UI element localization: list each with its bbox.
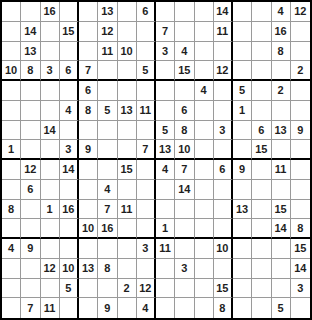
cell-r7c11[interactable] bbox=[195, 121, 214, 141]
cell-r8c12[interactable] bbox=[214, 140, 233, 160]
cell-r2c3[interactable] bbox=[41, 22, 60, 42]
cell-r15c11[interactable] bbox=[195, 279, 214, 299]
cell-r2c8[interactable] bbox=[137, 22, 156, 42]
cell-r15c5[interactable] bbox=[79, 279, 98, 299]
cell-r2c10[interactable] bbox=[175, 22, 194, 42]
cell-r1c9[interactable] bbox=[156, 2, 175, 22]
cell-r14c1[interactable] bbox=[2, 259, 21, 279]
cell-r12c4[interactable] bbox=[60, 219, 79, 239]
cell-r5c5[interactable]: 6 bbox=[79, 81, 98, 101]
cell-r3c10[interactable]: 4 bbox=[175, 42, 194, 62]
cell-r8c16[interactable] bbox=[291, 140, 310, 160]
cell-r3c14[interactable] bbox=[252, 42, 271, 62]
cell-r14c7[interactable] bbox=[118, 259, 137, 279]
cell-r7c10[interactable]: 8 bbox=[175, 121, 194, 141]
cell-r5c3[interactable] bbox=[41, 81, 60, 101]
cell-r15c8[interactable]: 12 bbox=[137, 279, 156, 299]
cell-r12c3[interactable] bbox=[41, 219, 60, 239]
cell-r14c9[interactable] bbox=[156, 259, 175, 279]
cell-r15c3[interactable] bbox=[41, 279, 60, 299]
cell-r1c16[interactable]: 12 bbox=[291, 2, 310, 22]
cell-r3c12[interactable] bbox=[214, 42, 233, 62]
cell-r16c1[interactable] bbox=[2, 298, 21, 318]
cell-r15c14[interactable] bbox=[252, 279, 271, 299]
cell-r15c2[interactable] bbox=[21, 279, 40, 299]
cell-r13c16[interactable]: 15 bbox=[291, 239, 310, 259]
cell-r12c7[interactable] bbox=[118, 219, 137, 239]
cell-r10c3[interactable] bbox=[41, 180, 60, 200]
cell-r7c13[interactable] bbox=[233, 121, 252, 141]
cell-r3c1[interactable] bbox=[2, 42, 21, 62]
cell-r8c14[interactable]: 15 bbox=[252, 140, 271, 160]
cell-r16c16[interactable] bbox=[291, 298, 310, 318]
cell-r1c10[interactable] bbox=[175, 2, 194, 22]
cell-r6c16[interactable] bbox=[291, 101, 310, 121]
cell-r9c5[interactable] bbox=[79, 160, 98, 180]
cell-r10c12[interactable] bbox=[214, 180, 233, 200]
cell-r2c14[interactable] bbox=[252, 22, 271, 42]
cell-r13c2[interactable]: 9 bbox=[21, 239, 40, 259]
cell-r15c9[interactable] bbox=[156, 279, 175, 299]
cell-r2c9[interactable]: 7 bbox=[156, 22, 175, 42]
cell-r9c9[interactable]: 4 bbox=[156, 160, 175, 180]
cell-r14c6[interactable]: 8 bbox=[98, 259, 117, 279]
cell-r10c6[interactable]: 4 bbox=[98, 180, 117, 200]
cell-r1c7[interactable] bbox=[118, 2, 137, 22]
cell-r5c7[interactable] bbox=[118, 81, 137, 101]
cell-r2c11[interactable] bbox=[195, 22, 214, 42]
cell-r12c2[interactable] bbox=[21, 219, 40, 239]
cell-r15c13[interactable] bbox=[233, 279, 252, 299]
cell-r10c4[interactable] bbox=[60, 180, 79, 200]
cell-r12c16[interactable]: 8 bbox=[291, 219, 310, 239]
cell-r5c2[interactable] bbox=[21, 81, 40, 101]
cell-r3c8[interactable] bbox=[137, 42, 156, 62]
cell-r2c7[interactable] bbox=[118, 22, 137, 42]
cell-r16c5[interactable] bbox=[79, 298, 98, 318]
cell-r16c2[interactable]: 7 bbox=[21, 298, 40, 318]
cell-r13c13[interactable] bbox=[233, 239, 252, 259]
cell-r16c4[interactable] bbox=[60, 298, 79, 318]
cell-r9c12[interactable]: 6 bbox=[214, 160, 233, 180]
cell-r13c4[interactable] bbox=[60, 239, 79, 259]
cell-r8c5[interactable]: 9 bbox=[79, 140, 98, 160]
cell-r15c10[interactable] bbox=[175, 279, 194, 299]
cell-r7c4[interactable] bbox=[60, 121, 79, 141]
cell-r8c4[interactable]: 3 bbox=[60, 140, 79, 160]
cell-r13c1[interactable]: 4 bbox=[2, 239, 21, 259]
cell-r5c16[interactable] bbox=[291, 81, 310, 101]
cell-r2c4[interactable]: 15 bbox=[60, 22, 79, 42]
cell-r11c8[interactable] bbox=[137, 200, 156, 220]
cell-r4c5[interactable]: 7 bbox=[79, 61, 98, 81]
cell-r5c10[interactable] bbox=[175, 81, 194, 101]
cell-r9c11[interactable] bbox=[195, 160, 214, 180]
cell-r5c4[interactable] bbox=[60, 81, 79, 101]
cell-r10c8[interactable] bbox=[137, 180, 156, 200]
cell-r12c9[interactable]: 1 bbox=[156, 219, 175, 239]
cell-r3c4[interactable] bbox=[60, 42, 79, 62]
cell-r7c16[interactable]: 9 bbox=[291, 121, 310, 141]
cell-r10c11[interactable] bbox=[195, 180, 214, 200]
cell-r16c6[interactable]: 9 bbox=[98, 298, 117, 318]
cell-r2c16[interactable] bbox=[291, 22, 310, 42]
cell-r7c8[interactable] bbox=[137, 121, 156, 141]
cell-r14c8[interactable] bbox=[137, 259, 156, 279]
cell-r8c13[interactable] bbox=[233, 140, 252, 160]
cell-r10c14[interactable] bbox=[252, 180, 271, 200]
cell-r4c7[interactable] bbox=[118, 61, 137, 81]
cell-r11c6[interactable]: 7 bbox=[98, 200, 117, 220]
cell-r6c14[interactable] bbox=[252, 101, 271, 121]
cell-r4c10[interactable]: 15 bbox=[175, 61, 194, 81]
cell-r12c12[interactable] bbox=[214, 219, 233, 239]
cell-r16c9[interactable] bbox=[156, 298, 175, 318]
cell-r11c7[interactable]: 11 bbox=[118, 200, 137, 220]
cell-r6c1[interactable] bbox=[2, 101, 21, 121]
cell-r15c4[interactable]: 5 bbox=[60, 279, 79, 299]
cell-r11c1[interactable]: 8 bbox=[2, 200, 21, 220]
cell-r7c15[interactable]: 13 bbox=[272, 121, 291, 141]
cell-r6c8[interactable]: 11 bbox=[137, 101, 156, 121]
cell-r5c9[interactable] bbox=[156, 81, 175, 101]
cell-r12c6[interactable]: 16 bbox=[98, 219, 117, 239]
cell-r7c9[interactable]: 5 bbox=[156, 121, 175, 141]
cell-r4c11[interactable] bbox=[195, 61, 214, 81]
cell-r7c2[interactable] bbox=[21, 121, 40, 141]
cell-r1c11[interactable] bbox=[195, 2, 214, 22]
cell-r13c15[interactable] bbox=[272, 239, 291, 259]
cell-r7c12[interactable]: 3 bbox=[214, 121, 233, 141]
cell-r10c13[interactable] bbox=[233, 180, 252, 200]
cell-r3c9[interactable]: 3 bbox=[156, 42, 175, 62]
cell-r13c6[interactable] bbox=[98, 239, 117, 259]
cell-r3c15[interactable]: 8 bbox=[272, 42, 291, 62]
cell-r9c10[interactable]: 7 bbox=[175, 160, 194, 180]
cell-r9c3[interactable] bbox=[41, 160, 60, 180]
cell-r1c13[interactable] bbox=[233, 2, 252, 22]
cell-r11c15[interactable]: 15 bbox=[272, 200, 291, 220]
cell-r16c7[interactable] bbox=[118, 298, 137, 318]
cell-r9c15[interactable]: 11 bbox=[272, 160, 291, 180]
cell-r5c12[interactable] bbox=[214, 81, 233, 101]
cell-r12c1[interactable] bbox=[2, 219, 21, 239]
cell-r14c4[interactable]: 10 bbox=[60, 259, 79, 279]
cell-r9c16[interactable] bbox=[291, 160, 310, 180]
cell-r12c8[interactable] bbox=[137, 219, 156, 239]
cell-r9c4[interactable]: 14 bbox=[60, 160, 79, 180]
cell-r5c14[interactable] bbox=[252, 81, 271, 101]
cell-r1c12[interactable]: 14 bbox=[214, 2, 233, 22]
cell-r12c14[interactable] bbox=[252, 219, 271, 239]
cell-r10c15[interactable] bbox=[272, 180, 291, 200]
cell-r11c10[interactable] bbox=[175, 200, 194, 220]
cell-r4c13[interactable] bbox=[233, 61, 252, 81]
cell-r11c11[interactable] bbox=[195, 200, 214, 220]
cell-r12c5[interactable]: 10 bbox=[79, 219, 98, 239]
cell-r16c15[interactable]: 5 bbox=[272, 298, 291, 318]
cell-r3c2[interactable]: 13 bbox=[21, 42, 40, 62]
cell-r7c7[interactable] bbox=[118, 121, 137, 141]
cell-r8c8[interactable]: 7 bbox=[137, 140, 156, 160]
cell-r6c13[interactable]: 1 bbox=[233, 101, 252, 121]
cell-r6c11[interactable] bbox=[195, 101, 214, 121]
cell-r4c6[interactable] bbox=[98, 61, 117, 81]
cell-r13c11[interactable] bbox=[195, 239, 214, 259]
cell-r16c10[interactable] bbox=[175, 298, 194, 318]
cell-r4c3[interactable]: 3 bbox=[41, 61, 60, 81]
cell-r6c10[interactable]: 6 bbox=[175, 101, 194, 121]
cell-r15c12[interactable]: 15 bbox=[214, 279, 233, 299]
cell-r2c6[interactable]: 12 bbox=[98, 22, 117, 42]
cell-r14c15[interactable] bbox=[272, 259, 291, 279]
cell-r11c4[interactable]: 16 bbox=[60, 200, 79, 220]
cell-r14c14[interactable] bbox=[252, 259, 271, 279]
cell-r1c15[interactable]: 4 bbox=[272, 2, 291, 22]
cell-r10c7[interactable] bbox=[118, 180, 137, 200]
cell-r13c10[interactable] bbox=[175, 239, 194, 259]
cell-r5c8[interactable] bbox=[137, 81, 156, 101]
cell-r6c2[interactable] bbox=[21, 101, 40, 121]
cell-r4c14[interactable] bbox=[252, 61, 271, 81]
cell-r12c11[interactable] bbox=[195, 219, 214, 239]
cell-r4c1[interactable]: 10 bbox=[2, 61, 21, 81]
cell-r9c13[interactable]: 9 bbox=[233, 160, 252, 180]
cell-r9c7[interactable]: 15 bbox=[118, 160, 137, 180]
cell-r8c3[interactable] bbox=[41, 140, 60, 160]
cell-r6c3[interactable] bbox=[41, 101, 60, 121]
cell-r16c3[interactable]: 11 bbox=[41, 298, 60, 318]
cell-r5c1[interactable] bbox=[2, 81, 21, 101]
cell-r11c13[interactable]: 13 bbox=[233, 200, 252, 220]
cell-r3c11[interactable] bbox=[195, 42, 214, 62]
cell-r15c6[interactable] bbox=[98, 279, 117, 299]
cell-r4c12[interactable]: 12 bbox=[214, 61, 233, 81]
cell-r14c16[interactable]: 14 bbox=[291, 259, 310, 279]
cell-r2c5[interactable] bbox=[79, 22, 98, 42]
cell-r2c1[interactable] bbox=[2, 22, 21, 42]
cell-r6c4[interactable]: 4 bbox=[60, 101, 79, 121]
cell-r11c14[interactable] bbox=[252, 200, 271, 220]
cell-r3c6[interactable]: 11 bbox=[98, 42, 117, 62]
cell-r13c14[interactable] bbox=[252, 239, 271, 259]
cell-r12c15[interactable]: 14 bbox=[272, 219, 291, 239]
cell-r8c10[interactable]: 10 bbox=[175, 140, 194, 160]
cell-r4c8[interactable]: 5 bbox=[137, 61, 156, 81]
cell-r7c14[interactable]: 6 bbox=[252, 121, 271, 141]
cell-r10c2[interactable]: 6 bbox=[21, 180, 40, 200]
cell-r10c1[interactable] bbox=[2, 180, 21, 200]
sudoku-board: 1613614412141512711161311103481083675151… bbox=[0, 0, 312, 320]
cell-r10c16[interactable] bbox=[291, 180, 310, 200]
cell-r3c3[interactable] bbox=[41, 42, 60, 62]
cell-r8c15[interactable] bbox=[272, 140, 291, 160]
cell-r14c13[interactable] bbox=[233, 259, 252, 279]
cell-r7c1[interactable] bbox=[2, 121, 21, 141]
cell-r11c5[interactable] bbox=[79, 200, 98, 220]
cell-r7c6[interactable] bbox=[98, 121, 117, 141]
cell-r14c12[interactable] bbox=[214, 259, 233, 279]
cell-r11c12[interactable] bbox=[214, 200, 233, 220]
cell-r13c9[interactable]: 11 bbox=[156, 239, 175, 259]
cell-r1c2[interactable] bbox=[21, 2, 40, 22]
cell-r3c16[interactable] bbox=[291, 42, 310, 62]
cell-r6c9[interactable] bbox=[156, 101, 175, 121]
cell-r13c8[interactable]: 3 bbox=[137, 239, 156, 259]
cell-r2c12[interactable]: 11 bbox=[214, 22, 233, 42]
cell-r14c3[interactable]: 12 bbox=[41, 259, 60, 279]
cell-r4c2[interactable]: 8 bbox=[21, 61, 40, 81]
cell-r9c2[interactable]: 12 bbox=[21, 160, 40, 180]
cell-r16c14[interactable] bbox=[252, 298, 271, 318]
cell-r1c6[interactable]: 13 bbox=[98, 2, 117, 22]
cell-r4c15[interactable] bbox=[272, 61, 291, 81]
cell-r8c6[interactable] bbox=[98, 140, 117, 160]
cell-r14c2[interactable] bbox=[21, 259, 40, 279]
cell-r9c8[interactable] bbox=[137, 160, 156, 180]
cell-r15c16[interactable]: 3 bbox=[291, 279, 310, 299]
cell-r1c5[interactable] bbox=[79, 2, 98, 22]
cell-r14c10[interactable]: 3 bbox=[175, 259, 194, 279]
cell-r10c9[interactable] bbox=[156, 180, 175, 200]
cell-r6c12[interactable] bbox=[214, 101, 233, 121]
cell-r6c5[interactable]: 8 bbox=[79, 101, 98, 121]
cell-r3c7[interactable]: 10 bbox=[118, 42, 137, 62]
cell-r11c16[interactable] bbox=[291, 200, 310, 220]
cell-r2c15[interactable]: 16 bbox=[272, 22, 291, 42]
cell-r1c3[interactable]: 16 bbox=[41, 2, 60, 22]
cell-r1c8[interactable]: 6 bbox=[137, 2, 156, 22]
cell-r13c3[interactable] bbox=[41, 239, 60, 259]
cell-r8c9[interactable]: 13 bbox=[156, 140, 175, 160]
cell-r5c13[interactable]: 5 bbox=[233, 81, 252, 101]
cell-r6c15[interactable] bbox=[272, 101, 291, 121]
cell-r2c2[interactable]: 14 bbox=[21, 22, 40, 42]
cell-r13c7[interactable] bbox=[118, 239, 137, 259]
cell-r14c11[interactable] bbox=[195, 259, 214, 279]
cell-r10c5[interactable] bbox=[79, 180, 98, 200]
cell-r10c10[interactable]: 14 bbox=[175, 180, 194, 200]
cell-r14c5[interactable]: 13 bbox=[79, 259, 98, 279]
cell-r1c14[interactable] bbox=[252, 2, 271, 22]
cell-r16c8[interactable]: 4 bbox=[137, 298, 156, 318]
cell-r3c5[interactable] bbox=[79, 42, 98, 62]
cell-r3c13[interactable] bbox=[233, 42, 252, 62]
cell-r12c10[interactable] bbox=[175, 219, 194, 239]
cell-r15c15[interactable] bbox=[272, 279, 291, 299]
cell-r11c3[interactable]: 1 bbox=[41, 200, 60, 220]
cell-r4c4[interactable]: 6 bbox=[60, 61, 79, 81]
cell-r8c2[interactable] bbox=[21, 140, 40, 160]
cell-r7c5[interactable] bbox=[79, 121, 98, 141]
cell-r12c13[interactable] bbox=[233, 219, 252, 239]
cell-r5c11[interactable]: 4 bbox=[195, 81, 214, 101]
cell-r1c4[interactable] bbox=[60, 2, 79, 22]
cell-r13c5[interactable] bbox=[79, 239, 98, 259]
cell-r15c7[interactable]: 2 bbox=[118, 279, 137, 299]
cell-r5c6[interactable] bbox=[98, 81, 117, 101]
cell-r8c7[interactable] bbox=[118, 140, 137, 160]
cell-r4c9[interactable] bbox=[156, 61, 175, 81]
cell-r9c1[interactable] bbox=[2, 160, 21, 180]
cell-r2c13[interactable] bbox=[233, 22, 252, 42]
cell-r11c9[interactable] bbox=[156, 200, 175, 220]
cell-r6c7[interactable]: 13 bbox=[118, 101, 137, 121]
cell-r8c1[interactable]: 1 bbox=[2, 140, 21, 160]
cell-r9c14[interactable] bbox=[252, 160, 271, 180]
cell-r11c2[interactable] bbox=[21, 200, 40, 220]
cell-r13c12[interactable]: 10 bbox=[214, 239, 233, 259]
cell-r8c11[interactable] bbox=[195, 140, 214, 160]
cell-r1c1[interactable] bbox=[2, 2, 21, 22]
cell-r15c1[interactable] bbox=[2, 279, 21, 299]
cell-r4c16[interactable]: 2 bbox=[291, 61, 310, 81]
cell-r7c3[interactable]: 14 bbox=[41, 121, 60, 141]
cell-r5c15[interactable]: 2 bbox=[272, 81, 291, 101]
cell-r16c13[interactable] bbox=[233, 298, 252, 318]
cell-r16c11[interactable] bbox=[195, 298, 214, 318]
cell-r9c6[interactable] bbox=[98, 160, 117, 180]
cell-r6c6[interactable]: 5 bbox=[98, 101, 117, 121]
cell-r16c12[interactable]: 8 bbox=[214, 298, 233, 318]
